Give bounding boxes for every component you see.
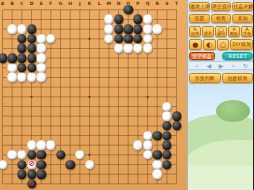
eraser-tool-button[interactable]: ⬚橡皮 [202,26,214,37]
red-triangle-marker: ▲ [30,181,34,186]
nav-last-icon[interactable]: » [228,62,239,70]
white-stone-D17[interactable]: ⊘ [27,160,36,169]
white-stone-tool-button[interactable]: ○ [217,39,230,50]
nav-next-icon[interactable]: ▶ [215,62,226,70]
diy-board-button[interactable]: DIY棋局 [230,39,253,50]
nav-replay-icon[interactable]: ↻ [240,62,251,70]
reset-button[interactable]: RESET [222,52,253,60]
alternate-stone-icon: ◐ [206,41,212,49]
class-action-1-button[interactable]: 邀请上课 [189,2,210,11]
cross-mark-tool-button[interactable]: ✕删除 [228,26,240,37]
ground [188,166,253,190]
class-action-2-button[interactable]: 课堂提问 [211,2,232,11]
white-stone-icon: ○ [220,41,226,49]
bottom-action-2-button[interactable]: 创建棋局 [222,73,254,83]
nav-first-icon[interactable]: « [191,62,202,70]
quick-action-3-button[interactable]: 奖励 [232,14,253,23]
class-action-3-button[interactable]: 挂盘讲解 [232,2,253,11]
black-stone-icon: ● [192,41,198,49]
alternate-stone-tool-button[interactable]: ◐ [203,39,216,50]
red-circle-slash-marker: ⊘ [28,161,35,169]
quick-action-1-button[interactable]: 答题 [189,14,210,23]
go-teaching-app: ABCDEFGHJKLMNOPQRST ⊘▲ 邀请上课课堂提问挂盘讲解 答题检查… [0,0,253,190]
side-panel: 邀请上课课堂提问挂盘讲解 答题检查奖励 ✎画笔⬚橡皮◯标记✕删除A字母 ●◐○D… [187,0,253,190]
circle-mark-tool-button[interactable]: ◯标记 [215,26,227,37]
letter-mark-tool-button[interactable]: A字母 [241,26,253,37]
nav-prev-icon[interactable]: ◀ [203,62,214,70]
quick-action-2-button[interactable]: 检查 [211,14,232,23]
black-stone-tool-button[interactable]: ● [189,39,202,50]
tree-bush [216,100,250,122]
bottom-action-1-button[interactable]: 形势判断 [189,73,221,83]
pencil-tool-button[interactable]: ✎画笔 [189,26,201,37]
clear-board-button[interactable]: 清空棋盘 [189,52,215,60]
landscape-illustration [188,88,253,190]
go-board[interactable]: ABCDEFGHJKLMNOPQRST ⊘▲ [0,0,187,190]
